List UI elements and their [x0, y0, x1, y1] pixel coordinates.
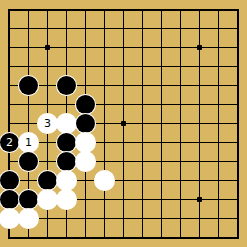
intersection[interactable]: [95, 38, 114, 57]
intersection[interactable]: [95, 114, 114, 133]
intersection[interactable]: [152, 190, 171, 209]
grid-vline: [47, 95, 48, 114]
intersection[interactable]: [57, 76, 76, 95]
grid-vline: [104, 9, 105, 19]
intersection[interactable]: [38, 171, 57, 190]
intersection[interactable]: 2: [0, 133, 19, 152]
grid-vline: [218, 95, 219, 114]
intersection[interactable]: [38, 95, 57, 114]
intersection[interactable]: [228, 152, 247, 171]
grid-vline: [161, 19, 162, 38]
black-stone: [76, 114, 95, 133]
grid-vline: [237, 209, 239, 228]
intersection[interactable]: [57, 114, 76, 133]
intersection[interactable]: [228, 0, 247, 19]
intersection[interactable]: [133, 57, 152, 76]
intersection[interactable]: [190, 152, 209, 171]
intersection[interactable]: [209, 171, 228, 190]
intersection[interactable]: [152, 209, 171, 228]
grid-vline: [199, 152, 200, 171]
intersection[interactable]: [133, 95, 152, 114]
grid-vline: [142, 9, 143, 19]
intersection[interactable]: [133, 38, 152, 57]
intersection[interactable]: [0, 19, 19, 38]
intersection[interactable]: [57, 190, 76, 209]
intersection[interactable]: [209, 76, 228, 95]
grid-vline: [85, 19, 86, 38]
intersection[interactable]: [57, 95, 76, 114]
intersection[interactable]: [38, 152, 57, 171]
grid-vline: [123, 152, 124, 171]
grid-vline: [142, 228, 143, 239]
intersection[interactable]: [76, 152, 95, 171]
intersection[interactable]: [76, 95, 95, 114]
grid-vline: [66, 57, 67, 76]
grid-vline: [161, 114, 162, 133]
grid-vline: [104, 228, 105, 239]
intersection[interactable]: [209, 38, 228, 57]
grid-vline: [8, 114, 10, 133]
intersection[interactable]: [76, 57, 95, 76]
grid-vline: [218, 209, 219, 228]
grid-vline: [180, 57, 181, 76]
grid-vline: [161, 95, 162, 114]
grid-vline: [199, 95, 200, 114]
intersection[interactable]: [38, 190, 57, 209]
intersection[interactable]: [38, 228, 57, 247]
grid-vline: [237, 76, 239, 95]
intersection[interactable]: [76, 228, 95, 247]
grid-vline: [123, 19, 124, 38]
intersection[interactable]: [95, 190, 114, 209]
grid-vline: [123, 171, 124, 190]
intersection[interactable]: [190, 190, 209, 209]
intersection[interactable]: [171, 228, 190, 247]
grid-vline: [85, 57, 86, 76]
grid-vline: [8, 76, 10, 95]
intersection[interactable]: [95, 19, 114, 38]
star-point: [45, 45, 50, 50]
intersection[interactable]: [0, 38, 19, 57]
intersection[interactable]: [133, 171, 152, 190]
intersection[interactable]: [190, 209, 209, 228]
grid-vline: [161, 133, 162, 152]
intersection[interactable]: [114, 190, 133, 209]
intersection[interactable]: 3: [38, 114, 57, 133]
intersection[interactable]: [114, 95, 133, 114]
grid-vline: [85, 190, 86, 209]
intersection[interactable]: [0, 114, 19, 133]
intersection[interactable]: [209, 95, 228, 114]
intersection[interactable]: [19, 114, 38, 133]
grid-vline: [104, 152, 105, 171]
intersection[interactable]: [171, 19, 190, 38]
grid-vline: [142, 171, 143, 190]
intersection[interactable]: [133, 209, 152, 228]
grid-vline: [47, 209, 48, 228]
intersection[interactable]: [19, 19, 38, 38]
intersection[interactable]: [19, 228, 38, 247]
grid-vline: [123, 190, 124, 209]
star-point: [197, 45, 202, 50]
grid-vline: [180, 133, 181, 152]
intersection[interactable]: [57, 0, 76, 19]
intersection[interactable]: [95, 95, 114, 114]
grid-vline: [199, 114, 200, 133]
grid-vline: [218, 114, 219, 133]
intersection[interactable]: [171, 57, 190, 76]
grid-vline: [199, 133, 200, 152]
intersection[interactable]: [228, 76, 247, 95]
intersection[interactable]: [190, 38, 209, 57]
intersection[interactable]: [57, 228, 76, 247]
star-point: [121, 121, 126, 126]
intersection[interactable]: [19, 38, 38, 57]
intersection[interactable]: [152, 133, 171, 152]
intersection[interactable]: [228, 19, 247, 38]
intersection[interactable]: [76, 171, 95, 190]
intersection[interactable]: [171, 114, 190, 133]
grid-vline: [8, 38, 10, 57]
go-board: 321: [0, 0, 247, 247]
intersection[interactable]: [95, 209, 114, 228]
intersection[interactable]: [38, 133, 57, 152]
grid-vline: [142, 76, 143, 95]
grid-vline: [28, 171, 29, 190]
intersection[interactable]: [19, 152, 38, 171]
intersection[interactable]: [76, 114, 95, 133]
white-stone: [57, 114, 76, 133]
intersection[interactable]: [190, 95, 209, 114]
intersection[interactable]: [0, 0, 19, 19]
intersection[interactable]: [133, 76, 152, 95]
grid-vline: [218, 9, 219, 19]
grid-vline: [47, 152, 48, 171]
grid-vline: [237, 190, 239, 209]
intersection[interactable]: [57, 38, 76, 57]
intersection[interactable]: [133, 190, 152, 209]
intersection[interactable]: [76, 76, 95, 95]
intersection[interactable]: [133, 0, 152, 19]
grid-vline: [28, 114, 29, 133]
intersection[interactable]: [228, 228, 247, 247]
grid-vline: [104, 76, 105, 95]
intersection[interactable]: [19, 190, 38, 209]
grid-vline: [85, 9, 86, 19]
grid-vline: [47, 76, 48, 95]
grid-vline: [237, 152, 239, 171]
intersection[interactable]: [190, 57, 209, 76]
intersection[interactable]: [114, 171, 133, 190]
intersection[interactable]: [38, 76, 57, 95]
white-stone: [19, 209, 38, 228]
grid-vline: [28, 228, 29, 239]
grid-vline: [161, 57, 162, 76]
intersection[interactable]: [114, 209, 133, 228]
grid-vline: [199, 57, 200, 76]
intersection[interactable]: [228, 209, 247, 228]
intersection[interactable]: [38, 209, 57, 228]
grid-vline: [8, 19, 10, 38]
intersection[interactable]: [114, 0, 133, 19]
intersection[interactable]: [152, 19, 171, 38]
intersection[interactable]: [0, 57, 19, 76]
intersection[interactable]: [95, 228, 114, 247]
intersection[interactable]: [133, 133, 152, 152]
grid-vline: [161, 38, 162, 57]
white-stone: [0, 209, 19, 228]
grid-vline: [161, 209, 162, 228]
grid-vline: [218, 38, 219, 57]
grid-vline: [218, 19, 219, 38]
grid-vline: [142, 114, 143, 133]
intersection[interactable]: [95, 171, 114, 190]
intersection[interactable]: [171, 95, 190, 114]
grid-vline: [237, 38, 239, 57]
intersection[interactable]: [209, 133, 228, 152]
intersection[interactable]: [57, 57, 76, 76]
grid-vline: [28, 95, 29, 114]
go-diagram: 321: [0, 0, 247, 247]
intersection[interactable]: [228, 38, 247, 57]
intersection[interactable]: [228, 171, 247, 190]
grid-vline: [237, 114, 239, 133]
intersection[interactable]: [152, 152, 171, 171]
grid-vline: [104, 133, 105, 152]
intersection[interactable]: [209, 209, 228, 228]
intersection[interactable]: [0, 152, 19, 171]
white-stone: [57, 190, 76, 209]
white-stone: [57, 171, 76, 190]
black-stone: 2: [0, 133, 19, 152]
intersection[interactable]: [209, 0, 228, 19]
intersection[interactable]: [133, 114, 152, 133]
intersection[interactable]: [95, 0, 114, 19]
intersection[interactable]: [171, 133, 190, 152]
intersection[interactable]: [209, 57, 228, 76]
grid-vline: [66, 228, 67, 239]
grid-vline: [142, 190, 143, 209]
grid-vline: [66, 19, 67, 38]
intersection[interactable]: [95, 57, 114, 76]
intersection[interactable]: [228, 133, 247, 152]
move-number-label: 2: [6, 133, 13, 152]
grid-vline: [180, 152, 181, 171]
intersection[interactable]: [57, 209, 76, 228]
grid-vline: [66, 38, 67, 57]
grid-vline: [66, 95, 67, 114]
intersection[interactable]: [171, 0, 190, 19]
intersection[interactable]: [19, 171, 38, 190]
intersection[interactable]: [228, 114, 247, 133]
intersection[interactable]: [38, 57, 57, 76]
intersection[interactable]: [114, 114, 133, 133]
grid-vline: [47, 133, 48, 152]
black-stone: [57, 152, 76, 171]
move-number-label: 1: [25, 133, 32, 152]
grid-vline: [142, 57, 143, 76]
grid-vline: [28, 38, 29, 57]
intersection[interactable]: [19, 57, 38, 76]
grid-vline: [104, 190, 105, 209]
intersection[interactable]: [95, 76, 114, 95]
intersection[interactable]: [19, 95, 38, 114]
grid-vline: [8, 57, 10, 76]
white-stone: 3: [38, 114, 57, 133]
grid-vline: [180, 9, 181, 19]
intersection[interactable]: [209, 19, 228, 38]
intersection[interactable]: [57, 19, 76, 38]
intersection[interactable]: [152, 171, 171, 190]
intersection[interactable]: [171, 209, 190, 228]
grid-vline: [199, 228, 200, 239]
grid-vline: [123, 9, 124, 19]
black-stone: [76, 95, 95, 114]
grid-vline: [237, 228, 239, 239]
intersection[interactable]: [190, 19, 209, 38]
black-stone: [57, 76, 76, 95]
intersection[interactable]: 1: [19, 133, 38, 152]
grid-vline: [28, 9, 29, 19]
intersection[interactable]: [152, 38, 171, 57]
grid-vline: [237, 95, 239, 114]
intersection[interactable]: [19, 76, 38, 95]
intersection[interactable]: [95, 133, 114, 152]
grid-vline: [161, 190, 162, 209]
grid-vline: [104, 209, 105, 228]
intersection[interactable]: [114, 228, 133, 247]
intersection[interactable]: [152, 0, 171, 19]
intersection[interactable]: [38, 38, 57, 57]
intersection[interactable]: [190, 0, 209, 19]
grid-vline: [66, 209, 67, 228]
white-stone: [76, 152, 95, 171]
intersection[interactable]: [209, 152, 228, 171]
intersection[interactable]: [38, 19, 57, 38]
grid-vline: [180, 38, 181, 57]
intersection[interactable]: [114, 19, 133, 38]
intersection[interactable]: [0, 190, 19, 209]
grid-vline: [104, 57, 105, 76]
intersection[interactable]: [0, 95, 19, 114]
grid-vline: [28, 57, 29, 76]
intersection[interactable]: [57, 133, 76, 152]
intersection[interactable]: [228, 57, 247, 76]
grid-vline: [8, 228, 10, 239]
grid-vline: [8, 9, 10, 19]
grid-vline: [161, 171, 162, 190]
intersection[interactable]: [209, 114, 228, 133]
intersection[interactable]: [171, 76, 190, 95]
intersection[interactable]: [171, 38, 190, 57]
black-stone: [0, 190, 19, 209]
grid-vline: [85, 209, 86, 228]
intersection[interactable]: [95, 152, 114, 171]
intersection[interactable]: [76, 19, 95, 38]
grid-vline: [47, 19, 48, 38]
grid-vline: [8, 152, 10, 171]
intersection[interactable]: [152, 114, 171, 133]
intersection[interactable]: [152, 95, 171, 114]
grid-vline: [142, 152, 143, 171]
intersection[interactable]: [133, 228, 152, 247]
black-stone: [0, 171, 19, 190]
grid-vline: [199, 9, 200, 19]
intersection[interactable]: [190, 133, 209, 152]
white-stone: 1: [19, 133, 38, 152]
grid-vline: [85, 38, 86, 57]
intersection[interactable]: [19, 0, 38, 19]
intersection[interactable]: [152, 57, 171, 76]
intersection[interactable]: [57, 152, 76, 171]
intersection[interactable]: [0, 228, 19, 247]
intersection[interactable]: [76, 209, 95, 228]
grid-vline: [180, 95, 181, 114]
intersection[interactable]: [76, 0, 95, 19]
grid-vline: [237, 9, 239, 19]
intersection[interactable]: [171, 171, 190, 190]
intersection[interactable]: [57, 171, 76, 190]
intersection[interactable]: [171, 190, 190, 209]
grid-vline: [180, 228, 181, 239]
intersection[interactable]: [171, 152, 190, 171]
intersection[interactable]: [190, 114, 209, 133]
intersection[interactable]: [209, 190, 228, 209]
grid-vline: [104, 114, 105, 133]
grid-vline: [199, 19, 200, 38]
grid-vline: [180, 114, 181, 133]
grid-vline: [218, 228, 219, 239]
intersection[interactable]: [190, 228, 209, 247]
intersection[interactable]: [38, 0, 57, 19]
grid-vline: [180, 19, 181, 38]
grid-vline: [180, 209, 181, 228]
intersection[interactable]: [228, 190, 247, 209]
grid-vline: [142, 38, 143, 57]
intersection[interactable]: [152, 228, 171, 247]
intersection[interactable]: [0, 209, 19, 228]
intersection[interactable]: [76, 38, 95, 57]
grid-vline: [180, 190, 181, 209]
grid-vline: [218, 76, 219, 95]
intersection[interactable]: [76, 190, 95, 209]
intersection[interactable]: [114, 133, 133, 152]
grid-vline: [237, 57, 239, 76]
black-stone: [19, 190, 38, 209]
intersection[interactable]: [19, 209, 38, 228]
grid-vline: [161, 152, 162, 171]
intersection[interactable]: [152, 76, 171, 95]
intersection[interactable]: [190, 171, 209, 190]
intersection[interactable]: [133, 19, 152, 38]
grid-vline: [237, 171, 239, 190]
intersection[interactable]: [190, 76, 209, 95]
grid-vline: [104, 19, 105, 38]
intersection[interactable]: [76, 133, 95, 152]
intersection[interactable]: [0, 76, 19, 95]
intersection[interactable]: [114, 38, 133, 57]
intersection[interactable]: [209, 228, 228, 247]
grid-vline: [142, 95, 143, 114]
intersection[interactable]: [114, 76, 133, 95]
black-stone: [19, 76, 38, 95]
intersection[interactable]: [133, 152, 152, 171]
grid-vline: [47, 228, 48, 239]
intersection[interactable]: [228, 95, 247, 114]
intersection[interactable]: [0, 171, 19, 190]
intersection[interactable]: [114, 152, 133, 171]
intersection[interactable]: [114, 57, 133, 76]
